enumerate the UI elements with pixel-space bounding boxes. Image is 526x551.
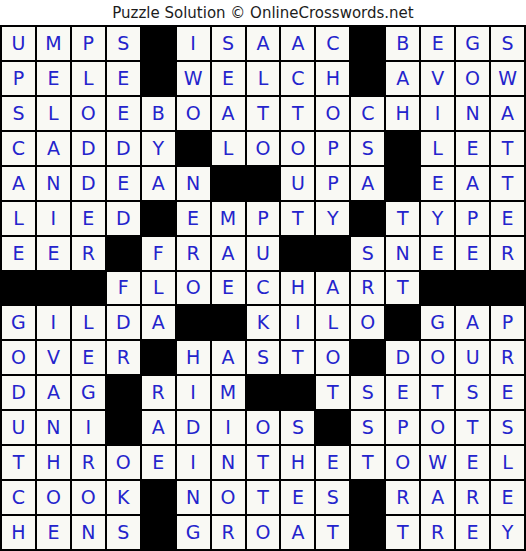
- black-cell: [142, 516, 175, 549]
- grid-cell: P: [2, 62, 35, 95]
- grid-cell: D: [177, 411, 210, 444]
- grid-cell: S: [247, 341, 280, 374]
- grid-cell: S: [107, 516, 140, 549]
- black-cell: [386, 306, 419, 339]
- black-cell: [316, 411, 349, 444]
- grid-cell: D: [72, 167, 105, 200]
- grid-cell: R: [142, 376, 175, 409]
- grid-cell: E: [37, 237, 70, 270]
- grid-cell: L: [72, 62, 105, 95]
- grid-cell: B: [142, 97, 175, 130]
- black-cell: [72, 272, 105, 305]
- grid-cell: A: [281, 516, 314, 549]
- grid-cell: T: [316, 516, 349, 549]
- grid-cell: E: [281, 481, 314, 514]
- grid-cell: T: [456, 411, 489, 444]
- grid-cell: P: [386, 411, 419, 444]
- black-cell: [212, 306, 245, 339]
- grid-cell: O: [351, 306, 384, 339]
- grid-cell: L: [2, 202, 35, 235]
- grid-cell: L: [247, 62, 280, 95]
- grid-cell: U: [281, 167, 314, 200]
- grid-cell: T: [247, 481, 280, 514]
- grid-cell: C: [281, 62, 314, 95]
- grid-cell: A: [212, 97, 245, 130]
- grid-cell: P: [72, 27, 105, 60]
- grid-cell: K: [247, 306, 280, 339]
- grid-cell: A: [281, 27, 314, 60]
- grid-cell: L: [491, 446, 524, 479]
- grid-cell: F: [107, 272, 140, 305]
- grid-cell: S: [212, 27, 245, 60]
- grid-cell: E: [421, 167, 454, 200]
- grid-cell: T: [2, 446, 35, 479]
- grid-cell: A: [456, 167, 489, 200]
- grid-cell: R: [351, 272, 384, 305]
- black-cell: [212, 167, 245, 200]
- grid-cell: O: [421, 411, 454, 444]
- grid-cell: L: [212, 132, 245, 165]
- grid-cell: E: [421, 237, 454, 270]
- black-cell: [107, 376, 140, 409]
- black-cell: [281, 376, 314, 409]
- black-cell: [351, 27, 384, 60]
- black-cell: [386, 132, 419, 165]
- grid-cell: N: [177, 481, 210, 514]
- black-cell: [351, 516, 384, 549]
- grid-cell: I: [37, 202, 70, 235]
- grid-cell: O: [316, 341, 349, 374]
- black-cell: [351, 481, 384, 514]
- grid-cell: E: [37, 516, 70, 549]
- black-cell: [2, 272, 35, 305]
- grid-cell: R: [456, 481, 489, 514]
- grid-cell: I: [72, 411, 105, 444]
- page-title: Puzzle Solution © OnlineCrosswords.net: [0, 0, 526, 25]
- grid-cell: O: [2, 341, 35, 374]
- black-cell: [247, 376, 280, 409]
- grid-cell: R: [72, 237, 105, 270]
- black-cell: [247, 167, 280, 200]
- grid-cell: Y: [421, 202, 454, 235]
- grid-cell: O: [247, 132, 280, 165]
- grid-cell: O: [177, 272, 210, 305]
- grid-cell: E: [456, 446, 489, 479]
- black-cell: [351, 202, 384, 235]
- grid-cell: E: [2, 237, 35, 270]
- grid-cell: S: [316, 481, 349, 514]
- grid-cell: P: [247, 202, 280, 235]
- grid-cell: T: [386, 202, 419, 235]
- grid-cell: A: [212, 341, 245, 374]
- black-cell: [281, 237, 314, 270]
- grid-cell: E: [491, 376, 524, 409]
- grid-cell: T: [351, 446, 384, 479]
- grid-cell: A: [212, 237, 245, 270]
- black-cell: [421, 272, 454, 305]
- grid-cell: S: [351, 237, 384, 270]
- grid-cell: P: [491, 306, 524, 339]
- grid-cell: E: [456, 516, 489, 549]
- grid-cell: E: [72, 202, 105, 235]
- grid-cell: T: [491, 167, 524, 200]
- grid-cell: E: [491, 481, 524, 514]
- grid-cell: L: [316, 306, 349, 339]
- grid-cell: A: [351, 167, 384, 200]
- grid-cell: O: [421, 341, 454, 374]
- grid-cell: E: [456, 237, 489, 270]
- grid-cell: O: [386, 446, 419, 479]
- black-cell: [386, 167, 419, 200]
- grid-cell: Y: [142, 132, 175, 165]
- black-cell: [142, 62, 175, 95]
- grid-cell: P: [316, 132, 349, 165]
- grid-cell: T: [247, 97, 280, 130]
- grid-cell: L: [142, 272, 175, 305]
- grid-cell: A: [247, 27, 280, 60]
- grid-cell: N: [72, 516, 105, 549]
- grid-cell: E: [212, 272, 245, 305]
- grid-cell: E: [142, 446, 175, 479]
- grid-cell: T: [281, 97, 314, 130]
- black-cell: [142, 27, 175, 60]
- grid-cell: O: [247, 411, 280, 444]
- grid-cell: G: [2, 306, 35, 339]
- grid-cell: U: [2, 411, 35, 444]
- grid-cell: E: [316, 446, 349, 479]
- grid-cell: E: [456, 132, 489, 165]
- grid-cell: E: [491, 202, 524, 235]
- grid-cell: S: [491, 411, 524, 444]
- grid-cell: O: [72, 481, 105, 514]
- grid-cell: G: [456, 27, 489, 60]
- grid-cell: C: [351, 97, 384, 130]
- grid-cell: N: [212, 446, 245, 479]
- grid-cell: A: [421, 481, 454, 514]
- grid-cell: E: [421, 27, 454, 60]
- grid-cell: W: [177, 62, 210, 95]
- black-cell: [107, 411, 140, 444]
- grid-cell: L: [421, 132, 454, 165]
- black-cell: [142, 481, 175, 514]
- black-cell: [351, 62, 384, 95]
- grid-cell: E: [107, 97, 140, 130]
- grid-cell: H: [2, 516, 35, 549]
- grid-cell: W: [421, 446, 454, 479]
- grid-cell: W: [491, 62, 524, 95]
- grid-cell: H: [316, 62, 349, 95]
- grid-cell: Y: [316, 202, 349, 235]
- black-cell: [142, 341, 175, 374]
- grid-cell: O: [37, 481, 70, 514]
- grid-cell: I: [177, 27, 210, 60]
- grid-cell: C: [2, 132, 35, 165]
- grid-cell: H: [281, 272, 314, 305]
- grid-cell: T: [421, 376, 454, 409]
- grid-cell: C: [316, 27, 349, 60]
- grid-cell: O: [316, 97, 349, 130]
- grid-cell: A: [491, 97, 524, 130]
- grid-cell: O: [281, 132, 314, 165]
- grid-cell: O: [212, 481, 245, 514]
- grid-cell: O: [107, 446, 140, 479]
- grid-cell: S: [107, 27, 140, 60]
- grid-cell: T: [247, 446, 280, 479]
- grid-cell: C: [2, 481, 35, 514]
- grid-cell: L: [37, 97, 70, 130]
- grid-cell: A: [142, 167, 175, 200]
- grid-cell: G: [177, 516, 210, 549]
- black-cell: [316, 237, 349, 270]
- grid-cell: S: [456, 376, 489, 409]
- grid-cell: S: [281, 411, 314, 444]
- grid-cell: M: [37, 27, 70, 60]
- grid-cell: V: [421, 62, 454, 95]
- grid-cell: R: [491, 341, 524, 374]
- grid-cell: O: [247, 516, 280, 549]
- grid-cell: C: [247, 272, 280, 305]
- grid-cell: H: [177, 341, 210, 374]
- black-cell: [177, 306, 210, 339]
- grid-cell: U: [2, 27, 35, 60]
- grid-cell: A: [37, 376, 70, 409]
- grid-cell: R: [177, 237, 210, 270]
- grid-cell: P: [316, 167, 349, 200]
- grid-cell: A: [142, 306, 175, 339]
- grid-cell: A: [456, 306, 489, 339]
- black-cell: [142, 202, 175, 235]
- grid-cell: I: [212, 411, 245, 444]
- grid-cell: E: [386, 376, 419, 409]
- grid-cell: H: [37, 446, 70, 479]
- grid-cell: O: [456, 62, 489, 95]
- grid-cell: G: [72, 376, 105, 409]
- grid-cell: I: [177, 446, 210, 479]
- grid-cell: N: [386, 237, 419, 270]
- grid-cell: E: [72, 341, 105, 374]
- black-cell: [37, 272, 70, 305]
- grid-cell: D: [107, 202, 140, 235]
- grid-cell: M: [212, 376, 245, 409]
- grid-cell: E: [107, 167, 140, 200]
- grid-cell: T: [386, 516, 419, 549]
- grid-cell: A: [386, 62, 419, 95]
- grid-cell: R: [421, 516, 454, 549]
- grid-cell: S: [351, 132, 384, 165]
- grid-cell: I: [281, 306, 314, 339]
- grid-cell: U: [247, 237, 280, 270]
- grid-cell: E: [177, 202, 210, 235]
- grid-cell: M: [212, 202, 245, 235]
- grid-cell: V: [37, 341, 70, 374]
- grid-cell: S: [491, 27, 524, 60]
- grid-cell: R: [491, 237, 524, 270]
- black-cell: [107, 237, 140, 270]
- grid-cell: N: [456, 97, 489, 130]
- black-cell: [491, 272, 524, 305]
- grid-cell: Y: [491, 516, 524, 549]
- grid-cell: I: [177, 376, 210, 409]
- grid-cell: I: [421, 97, 454, 130]
- grid-cell: U: [456, 341, 489, 374]
- grid-cell: K: [107, 481, 140, 514]
- grid-cell: D: [107, 306, 140, 339]
- grid-cell: N: [177, 167, 210, 200]
- grid-cell: O: [177, 97, 210, 130]
- grid-cell: P: [456, 202, 489, 235]
- grid-cell: R: [212, 516, 245, 549]
- grid-cell: T: [491, 132, 524, 165]
- grid-cell: T: [281, 202, 314, 235]
- grid-cell: A: [37, 132, 70, 165]
- grid-cell: S: [351, 376, 384, 409]
- grid-cell: F: [142, 237, 175, 270]
- grid-cell: R: [107, 341, 140, 374]
- grid-cell: E: [37, 62, 70, 95]
- grid-cell: H: [281, 446, 314, 479]
- grid-cell: E: [107, 62, 140, 95]
- grid-cell: D: [107, 132, 140, 165]
- black-cell: [456, 272, 489, 305]
- crossword-grid: UMPSISAACBEGSPELEWELCHAVOWSLOEBOATTOCHIN…: [0, 25, 526, 551]
- grid-cell: D: [72, 132, 105, 165]
- grid-cell: S: [2, 97, 35, 130]
- grid-cell: T: [386, 272, 419, 305]
- grid-cell: I: [37, 306, 70, 339]
- grid-cell: S: [351, 411, 384, 444]
- grid-cell: G: [421, 306, 454, 339]
- grid-cell: D: [386, 341, 419, 374]
- grid-cell: R: [72, 446, 105, 479]
- grid-cell: H: [386, 97, 419, 130]
- grid-cell: D: [2, 376, 35, 409]
- grid-cell: T: [316, 376, 349, 409]
- grid-cell: A: [2, 167, 35, 200]
- grid-cell: T: [281, 341, 314, 374]
- grid-cell: N: [37, 167, 70, 200]
- black-cell: [351, 341, 384, 374]
- grid-cell: L: [72, 306, 105, 339]
- crossword-solution-page: Puzzle Solution © OnlineCrosswords.net U…: [0, 0, 526, 551]
- grid-cell: O: [72, 97, 105, 130]
- grid-cell: A: [316, 272, 349, 305]
- grid-cell: N: [37, 411, 70, 444]
- grid-cell: E: [212, 62, 245, 95]
- grid-cell: A: [142, 411, 175, 444]
- grid-cell: R: [386, 481, 419, 514]
- grid-cell: B: [386, 27, 419, 60]
- black-cell: [177, 132, 210, 165]
